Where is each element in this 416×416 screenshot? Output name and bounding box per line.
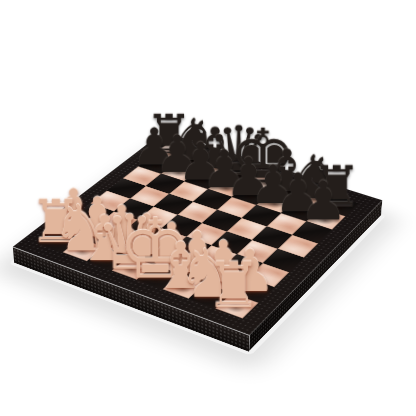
piece-black-pawn: ♟ <box>298 175 346 229</box>
chess-board: ♜♞♝♛♚♝♞♜♟♟♟♟♟♟♟♟♟♟♟♟♟♟♟♟♜♞♝♛♚♝♞♜ <box>13 132 383 335</box>
square-h1: ♜ <box>215 293 258 319</box>
product-photo-scene: ♜♞♝♛♚♝♞♜♟♟♟♟♟♟♟♟♟♟♟♟♟♟♟♟♜♞♝♛♚♝♞♜ <box>0 0 416 416</box>
board-border: ♜♞♝♛♚♝♞♜♟♟♟♟♟♟♟♟♟♟♟♟♟♟♟♟♜♞♝♛♚♝♞♜ <box>13 132 383 335</box>
piece-pink-rook: ♜ <box>205 254 262 317</box>
